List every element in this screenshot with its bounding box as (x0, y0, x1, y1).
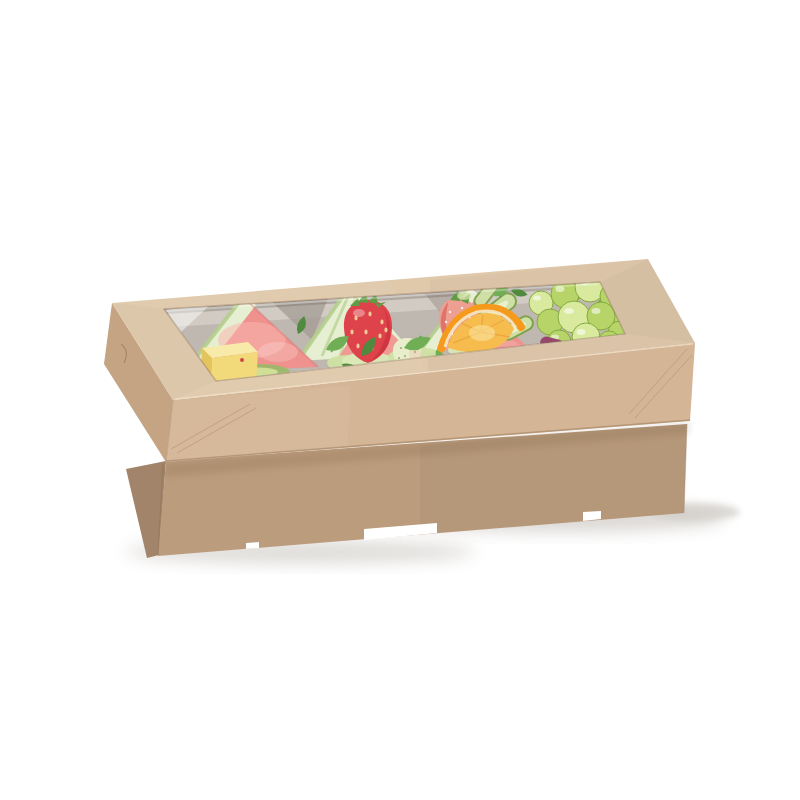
catering-box-image (0, 0, 800, 800)
product-photo (0, 0, 800, 800)
base-notch (246, 542, 259, 549)
